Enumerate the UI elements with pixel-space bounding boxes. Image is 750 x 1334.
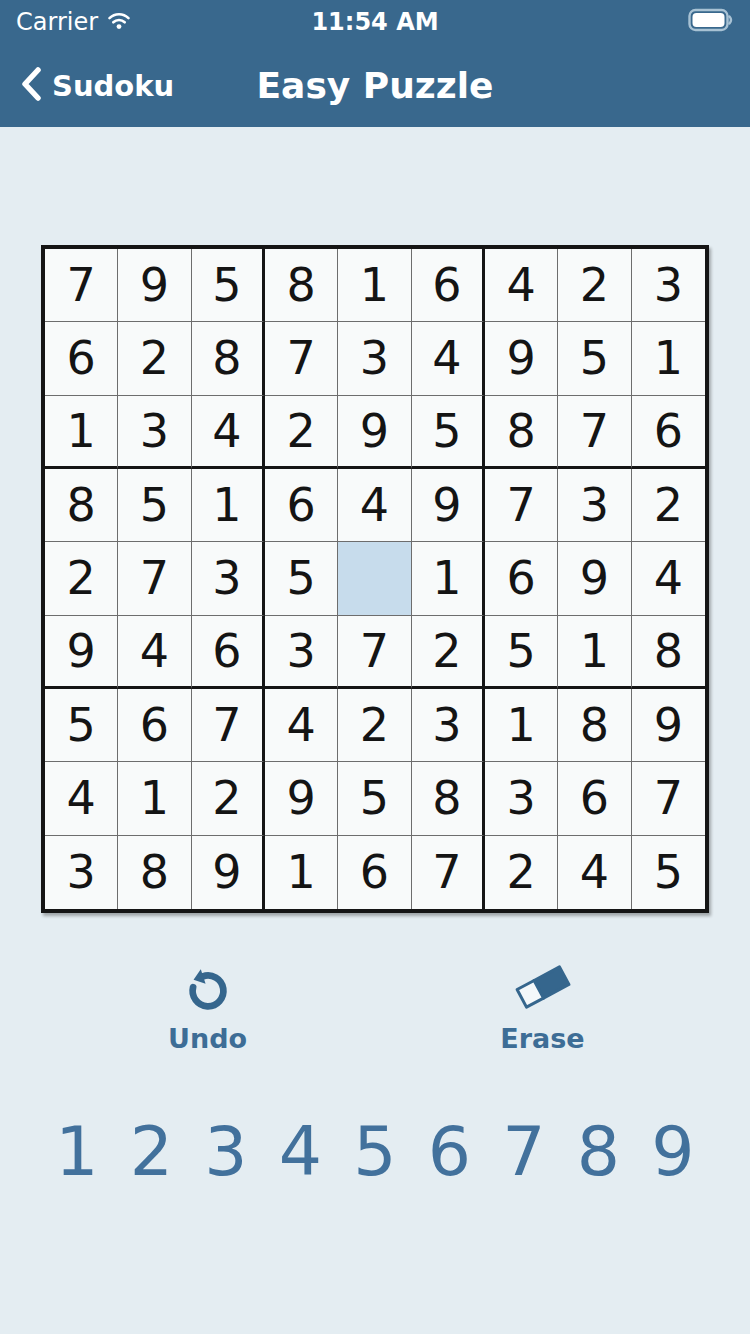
cell-r5c9[interactable]: 4 [632,542,705,615]
cell-r1c1[interactable]: 7 [45,249,118,322]
cell-r8c3[interactable]: 2 [192,762,265,835]
cell-r5c2[interactable]: 7 [118,542,191,615]
cell-r7c4[interactable]: 4 [265,689,338,762]
numpad-6[interactable]: 6 [428,1110,472,1194]
cell-r1c4[interactable]: 8 [265,249,338,322]
cell-r9c2[interactable]: 8 [118,836,191,909]
cell-r3c2[interactable]: 3 [118,396,191,469]
controls-row: Undo Erase [0,963,750,1054]
cell-r2c8[interactable]: 5 [558,322,631,395]
cell-r1c6[interactable]: 6 [412,249,485,322]
cell-r1c3[interactable]: 5 [192,249,265,322]
battery-icon [688,8,734,36]
numpad-7[interactable]: 7 [502,1110,546,1194]
undo-button[interactable]: Undo [163,963,253,1054]
cell-r1c5[interactable]: 1 [338,249,411,322]
status-bar: Carrier 11:54 AM [0,0,750,44]
cell-r7c6[interactable]: 3 [412,689,485,762]
cell-r5c8[interactable]: 9 [558,542,631,615]
cell-r9c3[interactable]: 9 [192,836,265,909]
cell-r7c7[interactable]: 1 [485,689,558,762]
nav-bar: Sudoku Easy Puzzle [0,44,750,127]
sudoku-board: 7958164236287349511342958768516497322735… [41,245,709,913]
cell-r2c3[interactable]: 8 [192,322,265,395]
cell-r4c4[interactable]: 6 [265,469,338,542]
undo-icon [183,963,233,1015]
cell-r9c9[interactable]: 5 [632,836,705,909]
cell-r5c1[interactable]: 2 [45,542,118,615]
cell-r5c4[interactable]: 5 [265,542,338,615]
cell-r3c9[interactable]: 6 [632,396,705,469]
cell-r3c1[interactable]: 1 [45,396,118,469]
cell-r8c7[interactable]: 3 [485,762,558,835]
cell-r5c6[interactable]: 1 [412,542,485,615]
erase-label: Erase [500,1023,584,1054]
back-button[interactable]: Sudoku [20,67,174,104]
cell-r3c7[interactable]: 8 [485,396,558,469]
cell-r4c7[interactable]: 7 [485,469,558,542]
cell-r5c7[interactable]: 6 [485,542,558,615]
cell-r9c4[interactable]: 1 [265,836,338,909]
cell-r6c7[interactable]: 5 [485,616,558,689]
numpad-2[interactable]: 2 [130,1110,174,1194]
cell-r6c8[interactable]: 1 [558,616,631,689]
numpad-3[interactable]: 3 [204,1110,248,1194]
cell-r3c5[interactable]: 9 [338,396,411,469]
cell-r4c9[interactable]: 2 [632,469,705,542]
cell-r6c2[interactable]: 4 [118,616,191,689]
cell-r4c6[interactable]: 9 [412,469,485,542]
cell-r8c9[interactable]: 7 [632,762,705,835]
cell-r9c6[interactable]: 7 [412,836,485,909]
cell-r9c7[interactable]: 2 [485,836,558,909]
cell-r3c4[interactable]: 2 [265,396,338,469]
cell-r1c9[interactable]: 3 [632,249,705,322]
cell-r2c5[interactable]: 3 [338,322,411,395]
back-label: Sudoku [52,69,174,103]
cell-r3c6[interactable]: 5 [412,396,485,469]
cell-r1c2[interactable]: 9 [118,249,191,322]
number-pad: 123456789 [0,1110,750,1194]
numpad-9[interactable]: 9 [651,1110,695,1194]
cell-r5c5[interactable] [338,542,411,615]
numpad-1[interactable]: 1 [55,1110,99,1194]
cell-r9c1[interactable]: 3 [45,836,118,909]
cell-r6c5[interactable]: 7 [338,616,411,689]
cell-r7c5[interactable]: 2 [338,689,411,762]
numpad-8[interactable]: 8 [577,1110,621,1194]
cell-r2c7[interactable]: 9 [485,322,558,395]
numpad-4[interactable]: 4 [279,1110,323,1194]
cell-r3c3[interactable]: 4 [192,396,265,469]
cell-r8c8[interactable]: 6 [558,762,631,835]
cell-r5c3[interactable]: 3 [192,542,265,615]
clock-label: 11:54 AM [0,8,750,36]
cell-r9c5[interactable]: 6 [338,836,411,909]
cell-r2c9[interactable]: 1 [632,322,705,395]
cell-r6c6[interactable]: 2 [412,616,485,689]
cell-r7c3[interactable]: 7 [192,689,265,762]
cell-r9c8[interactable]: 4 [558,836,631,909]
undo-label: Undo [168,1023,247,1054]
chevron-left-icon [20,67,42,104]
cell-r1c8[interactable]: 2 [558,249,631,322]
cell-r4c3[interactable]: 1 [192,469,265,542]
cell-r4c5[interactable]: 4 [338,469,411,542]
cell-r1c7[interactable]: 4 [485,249,558,322]
cell-r4c2[interactable]: 5 [118,469,191,542]
cell-r7c8[interactable]: 8 [558,689,631,762]
cell-r6c3[interactable]: 6 [192,616,265,689]
cell-r4c8[interactable]: 3 [558,469,631,542]
cell-r2c2[interactable]: 2 [118,322,191,395]
cell-r6c1[interactable]: 9 [45,616,118,689]
cell-r7c1[interactable]: 5 [45,689,118,762]
cell-r6c4[interactable]: 3 [265,616,338,689]
cell-r8c5[interactable]: 5 [338,762,411,835]
cell-r8c6[interactable]: 8 [412,762,485,835]
erase-button[interactable]: Erase [498,963,588,1054]
eraser-icon [511,963,575,1015]
cell-r2c6[interactable]: 4 [412,322,485,395]
cell-r8c4[interactable]: 9 [265,762,338,835]
cell-r2c4[interactable]: 7 [265,322,338,395]
cell-r2c1[interactable]: 6 [45,322,118,395]
cell-r6c9[interactable]: 8 [632,616,705,689]
cell-r7c9[interactable]: 9 [632,689,705,762]
header: Carrier 11:54 AM [0,0,750,127]
cell-r4c1[interactable]: 8 [45,469,118,542]
cell-r8c1[interactable]: 4 [45,762,118,835]
cell-r8c2[interactable]: 1 [118,762,191,835]
cell-r3c8[interactable]: 7 [558,396,631,469]
numpad-5[interactable]: 5 [353,1110,397,1194]
cell-r7c2[interactable]: 6 [118,689,191,762]
